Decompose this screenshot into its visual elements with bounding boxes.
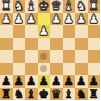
white-pawn[interactable]: ♟	[63, 13, 74, 26]
square-c8[interactable]: ♝	[63, 88, 76, 101]
square-c5[interactable]	[63, 50, 76, 63]
square-g7[interactable]: ♟	[13, 75, 26, 88]
square-d4[interactable]	[50, 38, 63, 51]
black-pawn[interactable]: ♟	[76, 75, 87, 88]
white-queen[interactable]: ♛	[51, 0, 62, 13]
square-g3[interactable]	[13, 25, 26, 38]
square-e1[interactable]: ♚	[38, 0, 51, 13]
black-knight[interactable]: ♞	[76, 88, 87, 101]
square-c4[interactable]	[63, 38, 76, 51]
square-h7[interactable]: ♟	[0, 75, 13, 88]
chess-board: ♜♞♝♚♛♝♞♜♟♟♟♟♟♟♟♟♟♟♟♟♟♟♟♟♜♞♝♚♛♝♞♜	[0, 0, 100, 100]
square-h5[interactable]	[0, 50, 13, 63]
square-a8[interactable]: ♜	[88, 88, 101, 101]
square-d7[interactable]: ♟	[50, 75, 63, 88]
black-rook[interactable]: ♜	[88, 88, 99, 101]
square-b3[interactable]	[75, 25, 88, 38]
square-a4[interactable]	[88, 38, 101, 51]
square-g4[interactable]	[13, 38, 26, 51]
black-pawn[interactable]: ♟	[13, 75, 24, 88]
square-b8[interactable]: ♞	[75, 88, 88, 101]
square-d8[interactable]: ♛	[50, 88, 63, 101]
black-pawn[interactable]: ♟	[63, 75, 74, 88]
square-c7[interactable]: ♟	[63, 75, 76, 88]
square-f4[interactable]	[25, 38, 38, 51]
white-pawn[interactable]: ♟	[13, 13, 24, 26]
white-king[interactable]: ♚	[38, 0, 49, 13]
square-d3[interactable]	[50, 25, 63, 38]
square-a5[interactable]	[88, 50, 101, 63]
square-f1[interactable]: ♝	[25, 0, 38, 13]
square-c1[interactable]: ♝	[63, 0, 76, 13]
square-g8[interactable]: ♞	[13, 88, 26, 101]
square-a7[interactable]: ♟	[88, 75, 101, 88]
square-a1[interactable]: ♜	[88, 0, 101, 13]
square-c3[interactable]	[63, 25, 76, 38]
square-f3[interactable]	[25, 25, 38, 38]
square-d1[interactable]: ♛	[50, 0, 63, 13]
square-h3[interactable]	[0, 25, 13, 38]
black-king[interactable]: ♚	[38, 88, 49, 101]
square-b1[interactable]: ♞	[75, 0, 88, 13]
black-pawn[interactable]: ♟	[26, 75, 37, 88]
white-pawn[interactable]: ♟	[38, 25, 49, 38]
white-pawn[interactable]: ♟	[88, 13, 99, 26]
square-h4[interactable]	[0, 38, 13, 51]
white-rook[interactable]: ♜	[88, 0, 99, 13]
square-f5[interactable]	[25, 50, 38, 63]
black-pawn[interactable]: ♟	[88, 75, 99, 88]
square-f2[interactable]: ♟	[25, 13, 38, 26]
white-knight[interactable]: ♞	[13, 0, 24, 13]
black-pawn[interactable]: ♟	[51, 75, 62, 88]
square-d2[interactable]: ♟	[50, 13, 63, 26]
square-f7[interactable]: ♟	[25, 75, 38, 88]
move-hint-dot[interactable]	[40, 53, 47, 60]
square-d5[interactable]	[50, 50, 63, 63]
square-e3[interactable]: ♟	[38, 25, 51, 38]
white-bishop[interactable]: ♝	[26, 0, 37, 13]
black-rook[interactable]: ♜	[1, 88, 12, 101]
square-f8[interactable]: ♝	[25, 88, 38, 101]
black-queen[interactable]: ♛	[51, 88, 62, 101]
square-b4[interactable]	[75, 38, 88, 51]
square-c2[interactable]: ♟	[63, 13, 76, 26]
white-pawn[interactable]: ♟	[76, 13, 87, 26]
white-pawn[interactable]: ♟	[1, 13, 12, 26]
black-knight[interactable]: ♞	[13, 88, 24, 101]
square-h1[interactable]: ♜	[0, 0, 13, 13]
square-e4[interactable]	[38, 38, 51, 51]
square-e8[interactable]: ♚	[38, 88, 51, 101]
square-b7[interactable]: ♟	[75, 75, 88, 88]
square-g2[interactable]: ♟	[13, 13, 26, 26]
square-g1[interactable]: ♞	[13, 0, 26, 13]
black-pawn[interactable]: ♟	[1, 75, 12, 88]
black-bishop[interactable]: ♝	[63, 88, 74, 101]
white-rook[interactable]: ♜	[1, 0, 12, 13]
square-h8[interactable]: ♜	[0, 88, 13, 101]
square-b2[interactable]: ♟	[75, 13, 88, 26]
square-e7[interactable]: ♟	[38, 75, 51, 88]
move-hint-dot[interactable]	[40, 65, 47, 72]
white-pawn[interactable]: ♟	[26, 13, 37, 26]
square-h2[interactable]: ♟	[0, 13, 13, 26]
black-pawn[interactable]: ♟	[38, 75, 49, 88]
white-bishop[interactable]: ♝	[63, 0, 74, 13]
square-b5[interactable]	[75, 50, 88, 63]
square-a2[interactable]: ♟	[88, 13, 101, 26]
black-bishop[interactable]: ♝	[26, 88, 37, 101]
white-pawn[interactable]: ♟	[51, 13, 62, 26]
square-e5[interactable]	[38, 50, 51, 63]
square-a3[interactable]	[88, 25, 101, 38]
square-g5[interactable]	[13, 50, 26, 63]
white-knight[interactable]: ♞	[76, 0, 87, 13]
